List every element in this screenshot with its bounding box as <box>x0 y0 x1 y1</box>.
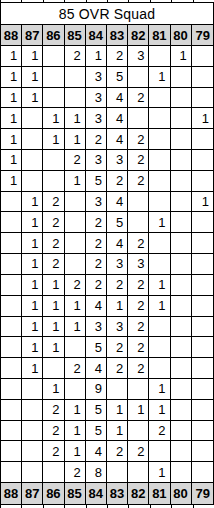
grid-cell <box>128 192 149 213</box>
grid-cell <box>149 88 170 109</box>
grid-cell <box>65 379 86 400</box>
grid-cell: 1 <box>1 46 22 67</box>
grid-cell <box>192 421 213 442</box>
grid-cell: 2 <box>86 233 107 254</box>
grid-cell: 9 <box>86 379 107 400</box>
grid-cell: 3 <box>86 192 107 213</box>
grid-cell <box>171 400 192 421</box>
grid-cell <box>192 462 213 483</box>
grid-cell: 2 <box>65 150 86 171</box>
header-cell: 85 <box>65 25 86 45</box>
grid-cell <box>192 254 213 275</box>
grid-cell <box>149 129 170 150</box>
grid-cell <box>192 379 213 400</box>
grid-cell <box>171 150 192 171</box>
header-cell: 86 <box>43 25 64 45</box>
header-cell: 80 <box>171 25 192 45</box>
grid-cell <box>1 296 22 317</box>
grid-cell: 2 <box>128 129 149 150</box>
grid-cell <box>65 337 86 358</box>
grid-cell <box>43 46 64 67</box>
grid-cell <box>171 462 192 483</box>
grid-cell: 3 <box>86 150 107 171</box>
grid-cell <box>192 233 213 254</box>
grid-cell: 1 <box>43 296 64 317</box>
grid-cell <box>107 379 128 400</box>
grid-cell <box>128 421 149 442</box>
header-cell: 81 <box>149 25 170 45</box>
grid-cell <box>192 212 213 233</box>
grid-cell: 1 <box>149 296 170 317</box>
grid-cell: 1 <box>22 275 43 296</box>
grid-cell: 2 <box>128 88 149 109</box>
grid-cell <box>192 317 213 338</box>
grid-cell: 1 <box>22 67 43 88</box>
grid-cell: 3 <box>107 317 128 338</box>
grid-cell: 2 <box>128 358 149 379</box>
grid-cell <box>192 150 213 171</box>
grid-cell: 3 <box>86 88 107 109</box>
grid-cell: 4 <box>107 192 128 213</box>
grid-cell <box>149 108 170 129</box>
grid-cell: 2 <box>128 233 149 254</box>
grid-cell <box>1 421 22 442</box>
grid-cell: 2 <box>86 212 107 233</box>
grid-cell <box>65 212 86 233</box>
grid-cell: 1 <box>149 275 170 296</box>
grid-cell <box>171 379 192 400</box>
grid-cell <box>171 171 192 192</box>
grid-cell <box>65 192 86 213</box>
grid-cell <box>171 233 192 254</box>
grid-cell <box>171 337 192 358</box>
grid-cell: 1 <box>65 441 86 462</box>
grid-cell <box>22 171 43 192</box>
grid-cell: 5 <box>86 171 107 192</box>
grid-cell: 1 <box>65 400 86 421</box>
grid-cell: 4 <box>107 88 128 109</box>
grid-cell: 2 <box>107 441 128 462</box>
rating-table: 85 OVR Squad 88878685848382818079 112123… <box>0 2 214 505</box>
table-body: 1121231113511134211134111124212332115221… <box>1 46 213 483</box>
grid-cell <box>128 67 149 88</box>
grid-cell <box>149 441 170 462</box>
grid-cell: 2 <box>128 171 149 192</box>
grid-cell <box>192 129 213 150</box>
footer-cell: 87 <box>22 483 43 504</box>
grid-cell: 3 <box>107 150 128 171</box>
grid-cell: 1 <box>22 212 43 233</box>
grid-cell: 2 <box>43 400 64 421</box>
grid-cell: 2 <box>128 275 149 296</box>
grid-cell: 2 <box>107 46 128 67</box>
grid-cell <box>43 150 64 171</box>
grid-cell: 4 <box>107 233 128 254</box>
grid-cell <box>1 462 22 483</box>
grid-cell: 4 <box>107 129 128 150</box>
grid-cell: 1 <box>65 296 86 317</box>
grid-cell: 2 <box>86 275 107 296</box>
header-cell: 79 <box>192 25 213 45</box>
header-cell: 88 <box>1 25 22 45</box>
grid-cell: 2 <box>65 46 86 67</box>
grid-cell: 5 <box>86 337 107 358</box>
grid-cell <box>107 462 128 483</box>
grid-cell <box>22 150 43 171</box>
grid-cell <box>1 233 22 254</box>
grid-cell <box>171 192 192 213</box>
grid-cell: 2 <box>86 254 107 275</box>
grid-cell <box>149 192 170 213</box>
footer-cell: 84 <box>86 483 107 504</box>
grid-cell <box>43 171 64 192</box>
grid-cell <box>192 275 213 296</box>
grid-cell: 2 <box>107 171 128 192</box>
grid-cell: 4 <box>86 441 107 462</box>
grid-cell: 2 <box>149 421 170 442</box>
grid-cell <box>171 441 192 462</box>
grid-cell <box>1 212 22 233</box>
grid-cell: 2 <box>43 254 64 275</box>
grid-cell: 1 <box>86 46 107 67</box>
grid-cell: 1 <box>22 337 43 358</box>
grid-cell <box>43 88 64 109</box>
grid-cell: 1 <box>192 192 213 213</box>
grid-cell: 2 <box>65 358 86 379</box>
grid-cell <box>149 254 170 275</box>
grid-cell <box>1 275 22 296</box>
grid-cell: 1 <box>22 358 43 379</box>
grid-cell <box>149 317 170 338</box>
grid-cell <box>22 421 43 442</box>
grid-cell <box>1 337 22 358</box>
grid-cell: 1 <box>107 296 128 317</box>
grid-cell: 2 <box>86 129 107 150</box>
grid-cell <box>192 67 213 88</box>
grid-cell <box>43 462 64 483</box>
grid-cell: 2 <box>43 233 64 254</box>
grid-cell: 2 <box>128 441 149 462</box>
grid-cell <box>171 212 192 233</box>
grid-cell: 2 <box>43 421 64 442</box>
grid-cell <box>22 108 43 129</box>
grid-cell: 1 <box>1 88 22 109</box>
header-cell: 84 <box>86 25 107 45</box>
grid-cell: 1 <box>43 108 64 129</box>
footer-cell: 85 <box>65 483 86 504</box>
grid-cell <box>171 67 192 88</box>
grid-cell: 1 <box>149 462 170 483</box>
grid-cell: 2 <box>128 337 149 358</box>
grid-cell <box>192 171 213 192</box>
grid-cell: 1 <box>22 192 43 213</box>
grid-cell: 4 <box>86 296 107 317</box>
grid-cell: 5 <box>86 400 107 421</box>
grid-cell: 1 <box>65 317 86 338</box>
grid-cell <box>192 441 213 462</box>
grid-cell <box>171 296 192 317</box>
grid-cell <box>192 358 213 379</box>
grid-cell <box>171 254 192 275</box>
grid-cell <box>192 400 213 421</box>
grid-cell: 2 <box>43 192 64 213</box>
grid-cell <box>22 462 43 483</box>
grid-cell <box>65 88 86 109</box>
grid-cell <box>22 400 43 421</box>
grid-cell: 3 <box>128 254 149 275</box>
grid-cell <box>22 379 43 400</box>
grid-cell: 1 <box>22 317 43 338</box>
footer-cell: 81 <box>149 483 170 504</box>
grid-cell <box>1 379 22 400</box>
grid-cell: 3 <box>86 67 107 88</box>
grid-cell: 3 <box>86 108 107 129</box>
grid-cell: 1 <box>22 233 43 254</box>
grid-cell: 1 <box>43 129 64 150</box>
grid-cell <box>22 441 43 462</box>
grid-cell <box>192 337 213 358</box>
grid-cell: 1 <box>22 88 43 109</box>
grid-cell: 3 <box>128 46 149 67</box>
grid-cell: 1 <box>43 337 64 358</box>
header-row: 88878685848382818079 <box>1 25 213 46</box>
grid-cell <box>149 150 170 171</box>
header-cell: 82 <box>128 25 149 45</box>
grid-cell <box>171 317 192 338</box>
grid-cell <box>149 233 170 254</box>
grid-cell: 2 <box>107 337 128 358</box>
grid-cell <box>1 441 22 462</box>
grid-cell: 1 <box>1 108 22 129</box>
grid-cell: 5 <box>86 421 107 442</box>
grid-cell: 1 <box>43 379 64 400</box>
footer-cell: 82 <box>128 483 149 504</box>
grid-cell <box>22 129 43 150</box>
grid-cell <box>1 192 22 213</box>
grid-cell: 2 <box>43 212 64 233</box>
grid-cell: 2 <box>107 275 128 296</box>
footer-cell: 79 <box>192 483 213 504</box>
grid-cell <box>43 358 64 379</box>
grid-cell <box>1 254 22 275</box>
grid-cell: 2 <box>65 275 86 296</box>
grid-cell <box>128 108 149 129</box>
grid-cell: 3 <box>86 317 107 338</box>
header-cell: 87 <box>22 25 43 45</box>
grid-cell <box>192 46 213 67</box>
grid-cell: 1 <box>149 67 170 88</box>
grid-cell: 4 <box>107 108 128 129</box>
grid-cell <box>149 358 170 379</box>
grid-cell: 1 <box>107 421 128 442</box>
grid-cell: 1 <box>171 46 192 67</box>
grid-cell: 2 <box>43 441 64 462</box>
grid-cell <box>171 358 192 379</box>
grid-cell <box>171 421 192 442</box>
table-title: 85 OVR Squad <box>1 3 213 25</box>
header-cell: 83 <box>107 25 128 45</box>
grid-cell <box>171 275 192 296</box>
footer-cell: 88 <box>1 483 22 504</box>
grid-cell <box>128 379 149 400</box>
grid-cell <box>171 88 192 109</box>
grid-cell: 3 <box>107 254 128 275</box>
grid-cell <box>128 462 149 483</box>
rating-combination-sheet: 85 OVR Squad 88878685848382818079 112123… <box>0 0 214 508</box>
grid-cell: 1 <box>65 108 86 129</box>
grid-cell <box>149 337 170 358</box>
grid-cell <box>192 88 213 109</box>
grid-cell: 1 <box>65 171 86 192</box>
grid-cell: 5 <box>107 67 128 88</box>
grid-cell: 1 <box>1 67 22 88</box>
grid-cell: 1 <box>65 421 86 442</box>
grid-cell <box>192 296 213 317</box>
grid-cell: 1 <box>149 400 170 421</box>
grid-cell <box>171 129 192 150</box>
grid-cell <box>1 358 22 379</box>
grid-cell: 5 <box>107 212 128 233</box>
grid-cell: 1 <box>43 317 64 338</box>
grid-cell <box>65 254 86 275</box>
grid-cell: 1 <box>65 129 86 150</box>
grid-cell <box>171 108 192 129</box>
footer-cell: 86 <box>43 483 64 504</box>
grid-cell: 1 <box>128 400 149 421</box>
grid-cell: 2 <box>128 296 149 317</box>
grid-cell: 1 <box>1 171 22 192</box>
grid-cell <box>43 67 64 88</box>
grid-cell <box>149 46 170 67</box>
grid-cell: 2 <box>128 317 149 338</box>
grid-cell: 1 <box>1 129 22 150</box>
grid-cell <box>1 317 22 338</box>
grid-cell: 1 <box>22 46 43 67</box>
grid-cell: 2 <box>128 150 149 171</box>
footer-cell: 80 <box>171 483 192 504</box>
grid-cell <box>65 233 86 254</box>
grid-cell <box>1 400 22 421</box>
grid-cell: 1 <box>43 275 64 296</box>
grid-cell <box>65 67 86 88</box>
grid-cell <box>149 171 170 192</box>
grid-cell: 1 <box>22 254 43 275</box>
grid-cell: 8 <box>86 462 107 483</box>
grid-cell: 1 <box>22 296 43 317</box>
footer-row: 88878685848382818079 <box>1 483 213 504</box>
grid-cell: 1 <box>107 400 128 421</box>
grid-cell: 2 <box>65 462 86 483</box>
grid-cell: 1 <box>149 379 170 400</box>
grid-cell: 2 <box>107 358 128 379</box>
grid-cell <box>128 212 149 233</box>
grid-cell: 4 <box>86 358 107 379</box>
footer-cell: 83 <box>107 483 128 504</box>
grid-cell: 1 <box>192 108 213 129</box>
grid-cell: 1 <box>1 150 22 171</box>
grid-cell: 1 <box>149 212 170 233</box>
